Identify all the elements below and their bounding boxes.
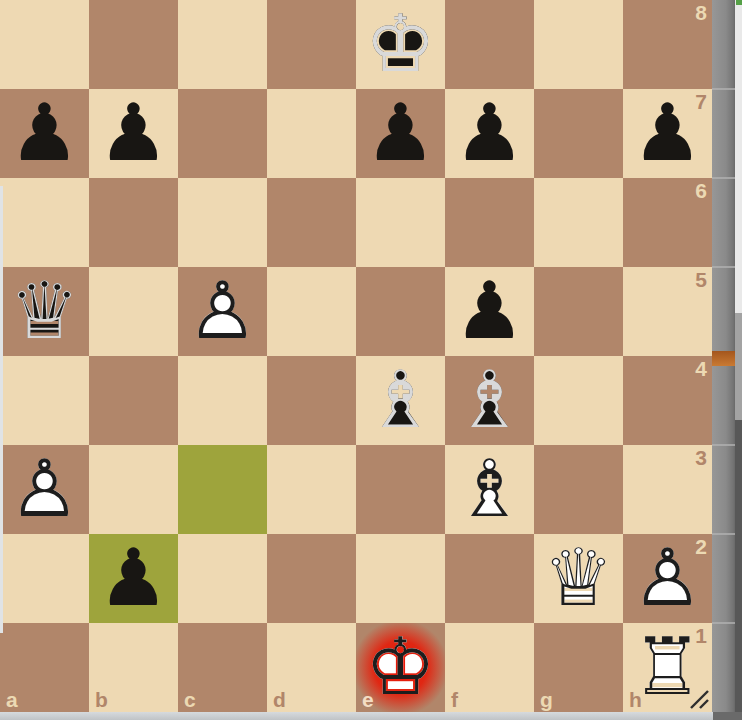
file-label-c: c <box>184 689 196 710</box>
white-pawn[interactable]: ♟♙ <box>178 267 267 356</box>
square-d2[interactable] <box>267 534 356 623</box>
file-label-b: b <box>95 689 108 710</box>
rank-label-4: 4 <box>695 358 707 379</box>
square-d6[interactable] <box>267 178 356 267</box>
square-h3[interactable]: 3 <box>623 445 712 534</box>
square-b8[interactable] <box>89 0 178 89</box>
square-h6[interactable]: 6 <box>623 178 712 267</box>
square-a3[interactable]: ♟♙ <box>0 445 89 534</box>
scrollbar-segment-line <box>712 177 735 179</box>
square-e1[interactable]: e♚♔ <box>356 623 445 712</box>
square-h7[interactable]: 7♟ <box>623 89 712 178</box>
black-pawn[interactable]: ♟ <box>356 89 445 178</box>
square-e5[interactable] <box>356 267 445 356</box>
square-c8[interactable] <box>178 0 267 89</box>
white-queen[interactable]: ♛♕ <box>534 534 623 623</box>
outer-scrollbar-track[interactable] <box>735 0 742 720</box>
square-a6[interactable] <box>0 178 89 267</box>
square-g7[interactable] <box>534 89 623 178</box>
bottom-edge-strip-right <box>713 712 742 720</box>
square-g6[interactable] <box>534 178 623 267</box>
square-b6[interactable] <box>89 178 178 267</box>
square-c5[interactable]: ♟♙ <box>178 267 267 356</box>
square-c6[interactable] <box>178 178 267 267</box>
scrollbar-segment-line <box>712 444 735 446</box>
square-e2[interactable] <box>356 534 445 623</box>
black-king[interactable]: ♚♔ <box>356 0 445 89</box>
square-c1[interactable]: c <box>178 623 267 712</box>
rank-label-8: 8 <box>695 2 707 23</box>
square-g1[interactable]: g <box>534 623 623 712</box>
file-label-f: f <box>451 689 458 710</box>
scrollbar-segment-line <box>712 266 735 268</box>
square-d7[interactable] <box>267 89 356 178</box>
resize-grip-icon <box>688 688 710 710</box>
square-a8[interactable] <box>0 0 89 89</box>
square-c2[interactable] <box>178 534 267 623</box>
square-b3[interactable] <box>89 445 178 534</box>
square-d4[interactable] <box>267 356 356 445</box>
square-g3[interactable] <box>534 445 623 534</box>
rank-label-6: 6 <box>695 180 707 201</box>
rank-label-5: 5 <box>695 269 707 290</box>
white-bishop[interactable]: ♝♗ <box>445 445 534 534</box>
square-a5[interactable]: ♛♕ <box>0 267 89 356</box>
chess-app-window: ♚♔8♟♟♟♟7♟6♛♕♟♙♟5♝♗♝♗4♟♙♝♗3♟♛♕2♟♙abcde♚♔f… <box>0 0 742 720</box>
square-b7[interactable]: ♟ <box>89 89 178 178</box>
square-d5[interactable] <box>267 267 356 356</box>
board-resize-handle[interactable] <box>688 688 710 710</box>
black-bishop[interactable]: ♝♗ <box>356 356 445 445</box>
square-g2[interactable]: ♛♕ <box>534 534 623 623</box>
black-bishop[interactable]: ♝♗ <box>445 356 534 445</box>
square-e7[interactable]: ♟ <box>356 89 445 178</box>
chess-board: ♚♔8♟♟♟♟7♟6♛♕♟♙♟5♝♗♝♗4♟♙♝♗3♟♛♕2♟♙abcde♚♔f… <box>0 0 712 712</box>
white-king[interactable]: ♚♔ <box>356 623 445 712</box>
square-f3[interactable]: ♝♗ <box>445 445 534 534</box>
black-pawn[interactable]: ♟ <box>623 89 712 178</box>
left-edge-strip <box>0 186 3 633</box>
square-e8[interactable]: ♚♔ <box>356 0 445 89</box>
square-b5[interactable] <box>89 267 178 356</box>
scrollbar-segment-line <box>712 533 735 535</box>
square-g8[interactable] <box>534 0 623 89</box>
scrollbar-segment-line <box>712 622 735 624</box>
square-e6[interactable] <box>356 178 445 267</box>
file-label-d: d <box>273 689 286 710</box>
square-g4[interactable] <box>534 356 623 445</box>
square-b1[interactable]: b <box>89 623 178 712</box>
scrollbar-segment-line <box>712 88 735 90</box>
black-pawn[interactable]: ♟ <box>445 267 534 356</box>
rank-label-3: 3 <box>695 447 707 468</box>
black-pawn[interactable]: ♟ <box>89 534 178 623</box>
black-queen[interactable]: ♛♕ <box>0 267 89 356</box>
square-h5[interactable]: 5 <box>623 267 712 356</box>
square-f2[interactable] <box>445 534 534 623</box>
square-f5[interactable]: ♟ <box>445 267 534 356</box>
black-pawn[interactable]: ♟ <box>445 89 534 178</box>
square-a4[interactable] <box>0 356 89 445</box>
square-g5[interactable] <box>534 267 623 356</box>
square-h8[interactable]: 8 <box>623 0 712 89</box>
square-b4[interactable] <box>89 356 178 445</box>
square-h2[interactable]: 2♟♙ <box>623 534 712 623</box>
square-c3[interactable] <box>178 445 267 534</box>
square-f7[interactable]: ♟ <box>445 89 534 178</box>
square-a1[interactable]: a <box>0 623 89 712</box>
square-d1[interactable]: d <box>267 623 356 712</box>
square-e4[interactable]: ♝♗ <box>356 356 445 445</box>
square-f8[interactable] <box>445 0 534 89</box>
square-a2[interactable] <box>0 534 89 623</box>
square-f6[interactable] <box>445 178 534 267</box>
square-f1[interactable]: f <box>445 623 534 712</box>
black-pawn[interactable]: ♟ <box>0 89 89 178</box>
square-h4[interactable]: 4 <box>623 356 712 445</box>
square-d3[interactable] <box>267 445 356 534</box>
file-label-g: g <box>540 689 553 710</box>
corner-green-speck <box>736 0 742 5</box>
square-c7[interactable] <box>178 89 267 178</box>
bottom-edge-strip <box>0 712 713 720</box>
square-b2[interactable]: ♟ <box>89 534 178 623</box>
file-label-a: a <box>6 689 18 710</box>
white-pawn[interactable]: ♟♙ <box>0 445 89 534</box>
white-pawn[interactable]: ♟♙ <box>623 534 712 623</box>
square-e3[interactable] <box>356 445 445 534</box>
square-a7[interactable]: ♟ <box>0 89 89 178</box>
square-f4[interactable]: ♝♗ <box>445 356 534 445</box>
scrollbar-orange-marker <box>712 351 735 366</box>
black-pawn[interactable]: ♟ <box>89 89 178 178</box>
square-c4[interactable] <box>178 356 267 445</box>
square-d8[interactable] <box>267 0 356 89</box>
